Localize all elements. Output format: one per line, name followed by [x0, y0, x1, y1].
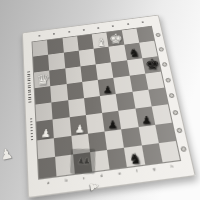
coord-letter-a: a — [47, 181, 50, 186]
top-tick — [127, 23, 129, 24]
square-a1 — [38, 157, 57, 179]
black-knight-f1: ♞ — [129, 151, 143, 166]
black-pawn-e3: ♟ — [108, 119, 118, 130]
rank-dot — [165, 77, 171, 82]
coord-letter-h: h — [170, 164, 173, 169]
border-markings-smudge — [30, 118, 33, 140]
top-tick — [68, 31, 70, 32]
rank-dot — [169, 93, 175, 98]
coord-letter-e: e — [118, 171, 121, 176]
square-b3 — [53, 118, 71, 138]
rank-dot — [172, 110, 178, 116]
square-e8: ♝ — [92, 32, 109, 48]
white-pawn-c3: ♟ — [74, 123, 85, 134]
white-queen-a6: ♛ — [36, 73, 51, 87]
square-a2 — [37, 138, 55, 159]
coord-letter-g: g — [153, 167, 156, 172]
square-f8: ♚ — [107, 30, 124, 46]
black-knight-g7: ♞ — [128, 48, 140, 59]
square-a3: ♟ — [36, 120, 54, 140]
rank-dot — [155, 33, 161, 38]
square-g7: ♞ — [124, 43, 142, 60]
black-king-h6: ♚ — [145, 58, 160, 72]
square-h6: ♚ — [142, 56, 161, 74]
black-pawn-g3: ♟ — [141, 115, 152, 126]
off-board-white-pawn-bottom: ♟ — [88, 181, 101, 193]
coord-letter-b: b — [65, 178, 68, 183]
square-c3: ♟ — [69, 115, 87, 135]
square-h3 — [151, 105, 171, 125]
top-tick — [112, 25, 114, 26]
rank-dot — [176, 127, 182, 133]
rank-dot — [162, 62, 168, 67]
square-a6: ♛ — [34, 70, 51, 88]
photo-background: ♝♚♞♛♚♟♟♟♟♟♞ ♟♟ abcdefgh ♟ ♟ — [0, 0, 200, 200]
rank-dot — [180, 146, 187, 152]
top-tick — [53, 33, 55, 34]
top-tick — [83, 29, 85, 30]
square-h2 — [155, 122, 176, 143]
chess-mat: ♝♚♞♛♚♟♟♟♟♟♞ ♟♟ abcdefgh — [22, 15, 196, 199]
square-b2 — [54, 135, 73, 156]
rank-dot — [159, 47, 165, 52]
off-board-white-piece-left: ♟ — [0, 146, 14, 162]
brand-text-smudge — [27, 71, 31, 103]
chess-board: ♝♚♞♛♚♟♟♟♟♟♞ — [32, 27, 179, 179]
white-pawn-a3: ♟ — [41, 128, 52, 139]
black-pawn-e5: ♟ — [103, 85, 113, 95]
square-h1 — [159, 141, 180, 163]
top-tick — [39, 35, 41, 36]
printed-two-pawn-logo-icon: ♟♟ — [70, 149, 95, 174]
coord-letter-f: f — [136, 169, 138, 174]
top-tick — [97, 27, 99, 28]
coord-letter-c: c — [83, 176, 86, 181]
top-tick — [141, 21, 143, 22]
white-bishop-e8: ♝ — [96, 37, 107, 48]
coord-letter-d: d — [100, 174, 103, 179]
white-king-f8: ♚ — [109, 33, 123, 46]
